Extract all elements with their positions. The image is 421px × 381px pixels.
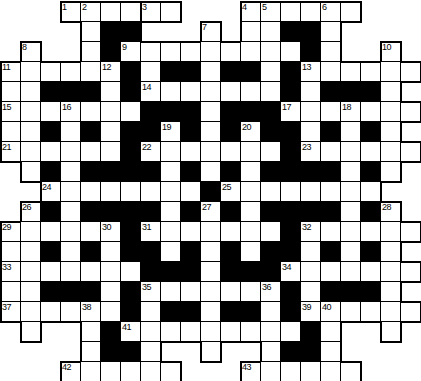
cell-r4c20[interactable] — [381, 62, 401, 82]
cell-r7c11[interactable] — [201, 122, 221, 142]
cell-r3c12[interactable] — [221, 42, 241, 62]
cell-r1c5[interactable]: 2 — [81, 2, 101, 22]
cell-r9c20[interactable] — [381, 162, 401, 182]
cell-r8c5[interactable] — [81, 142, 101, 162]
cell-r3c13[interactable] — [241, 42, 261, 62]
black-cell-r9c16 — [301, 162, 321, 182]
cell-r14c2[interactable] — [21, 262, 41, 282]
black-cell-r18c16 — [301, 342, 321, 362]
cell-r1c16[interactable] — [301, 2, 321, 22]
cell-r4c3[interactable] — [41, 62, 61, 82]
black-cell-r18c6 — [101, 342, 121, 362]
cell-r3c15[interactable] — [281, 42, 301, 62]
cell-r14c20[interactable] — [381, 262, 401, 282]
cell-r12c21[interactable] — [401, 222, 421, 242]
cell-r5c20[interactable] — [381, 82, 401, 102]
cell-r19c9[interactable] — [161, 362, 181, 381]
cell-r12c9[interactable] — [161, 222, 181, 242]
black-cell-r15c3 — [41, 282, 61, 302]
cell-r7c16[interactable] — [301, 122, 321, 142]
cell-r5c14[interactable] — [261, 82, 281, 102]
cell-r19c16[interactable] — [301, 362, 321, 381]
cell-r8c12[interactable] — [221, 142, 241, 162]
cell-r14c16[interactable] — [301, 262, 321, 282]
black-cell-r15c18 — [341, 282, 361, 302]
cell-r6c15[interactable]: 17 — [281, 102, 301, 122]
black-cell-r13c12 — [221, 242, 241, 262]
cell-r4c2[interactable] — [21, 62, 41, 82]
cell-r8c13[interactable] — [241, 142, 261, 162]
cell-r9c2[interactable] — [21, 162, 41, 182]
cell-r16c11[interactable] — [201, 302, 221, 322]
cell-r1c18[interactable] — [341, 2, 361, 22]
clue-number-35: 35 — [142, 282, 151, 292]
cell-r4c17[interactable] — [321, 62, 341, 82]
cell-r15c9[interactable] — [161, 282, 181, 302]
black-cell-r9c14 — [261, 162, 281, 182]
cell-r10c19[interactable] — [361, 182, 381, 202]
cell-r1c15[interactable] — [281, 2, 301, 22]
cell-r1c7[interactable] — [121, 2, 141, 22]
cell-r4c5[interactable] — [81, 62, 101, 82]
clue-number-3: 3 — [142, 2, 147, 12]
black-cell-r11c10 — [181, 202, 201, 222]
cell-r17c14[interactable] — [261, 322, 281, 342]
black-cell-r8c7 — [121, 142, 141, 162]
cell-r13c4[interactable] — [61, 242, 81, 262]
cell-r5c1[interactable] — [1, 82, 21, 102]
cell-r12c13[interactable] — [241, 222, 261, 242]
cell-r19c7[interactable] — [121, 362, 141, 381]
black-cell-r4c7 — [121, 62, 141, 82]
cell-r6c21[interactable] — [401, 102, 421, 122]
cell-r16c1[interactable]: 37 — [1, 302, 21, 322]
black-cell-r16c15 — [281, 302, 301, 322]
black-cell-r16c9 — [161, 302, 181, 322]
cell-r3c20[interactable]: 10 — [381, 42, 401, 62]
cell-r4c19[interactable] — [361, 62, 381, 82]
cell-r14c3[interactable] — [41, 262, 61, 282]
cell-r13c1[interactable] — [1, 242, 21, 262]
cell-r8c20[interactable] — [381, 142, 401, 162]
clue-number-33: 33 — [2, 262, 11, 272]
cell-r16c8[interactable] — [141, 302, 161, 322]
cell-r7c1[interactable] — [1, 122, 21, 142]
cell-r12c6[interactable]: 30 — [101, 222, 121, 242]
cell-r15c6[interactable] — [101, 282, 121, 302]
cell-r1c17[interactable]: 6 — [321, 2, 341, 22]
black-cell-r14c14 — [261, 262, 281, 282]
black-cell-r11c6 — [101, 202, 121, 222]
cell-r8c3[interactable] — [41, 142, 61, 162]
cell-r6c2[interactable] — [21, 102, 41, 122]
cell-r2c13[interactable] — [241, 22, 261, 42]
cell-r6c5[interactable] — [81, 102, 101, 122]
cell-r18c8[interactable] — [141, 342, 161, 362]
cell-r3c17[interactable] — [321, 42, 341, 62]
cell-r7c13[interactable]: 20 — [241, 122, 261, 142]
cell-r12c8[interactable]: 31 — [141, 222, 161, 242]
black-cell-r2c7 — [121, 22, 141, 42]
cell-r14c6[interactable] — [101, 262, 121, 282]
cell-r10c15[interactable] — [281, 182, 301, 202]
cell-r16c17[interactable]: 40 — [321, 302, 341, 322]
black-cell-r6c12 — [221, 102, 241, 122]
cell-r8c16[interactable]: 23 — [301, 142, 321, 162]
cell-r1c9[interactable] — [161, 2, 181, 22]
cell-r8c21[interactable] — [401, 142, 421, 162]
black-cell-r7c10 — [181, 122, 201, 142]
cell-r15c12[interactable] — [221, 282, 241, 302]
cell-r3c11[interactable] — [201, 42, 221, 62]
clue-number-38: 38 — [82, 302, 91, 312]
cell-r17c2[interactable] — [21, 322, 41, 342]
cell-r15c13[interactable] — [241, 282, 261, 302]
cell-r8c9[interactable] — [161, 142, 181, 162]
cell-r17c13[interactable] — [241, 322, 261, 342]
clue-number-26: 26 — [22, 202, 31, 212]
cell-r14c1[interactable]: 33 — [1, 262, 21, 282]
black-cell-r9c19 — [361, 162, 381, 182]
cell-r4c21[interactable] — [401, 62, 421, 82]
crossword-grid: 1234567891011121314151617181920212223242… — [1, 2, 421, 381]
cell-r7c2[interactable] — [21, 122, 41, 142]
cell-r9c11[interactable] — [201, 162, 221, 182]
black-cell-r11c15 — [281, 202, 301, 222]
cell-r12c3[interactable] — [41, 222, 61, 242]
clue-number-12: 12 — [102, 62, 111, 72]
black-cell-r4c10 — [181, 62, 201, 82]
cell-r12c14[interactable] — [261, 222, 281, 242]
cell-r5c11[interactable] — [201, 82, 221, 102]
cell-r1c13[interactable]: 4 — [241, 2, 261, 22]
cell-r17c5[interactable] — [81, 322, 101, 342]
cell-r6c7[interactable] — [121, 102, 141, 122]
cell-r14c17[interactable] — [321, 262, 341, 282]
cell-r13c18[interactable] — [341, 242, 361, 262]
cell-r10c9[interactable] — [161, 182, 181, 202]
cell-r15c20[interactable] — [381, 282, 401, 302]
cell-r6c18[interactable]: 18 — [341, 102, 361, 122]
cell-r10c7[interactable] — [121, 182, 141, 202]
cell-r10c4[interactable] — [61, 182, 81, 202]
black-cell-r5c4 — [61, 82, 81, 102]
cell-r6c11[interactable] — [201, 102, 221, 122]
cell-r14c21[interactable] — [401, 262, 421, 282]
cell-r16c2[interactable] — [21, 302, 41, 322]
cell-r6c17[interactable] — [321, 102, 341, 122]
clue-number-42: 42 — [62, 362, 71, 372]
black-cell-r4c9 — [161, 62, 181, 82]
clue-number-41: 41 — [122, 322, 131, 332]
cell-r15c2[interactable] — [21, 282, 41, 302]
cell-r15c11[interactable] — [201, 282, 221, 302]
cell-r9c9[interactable] — [161, 162, 181, 182]
cell-r3c5[interactable] — [81, 42, 101, 62]
cell-r19c4[interactable]: 42 — [61, 362, 81, 381]
cell-r12c5[interactable] — [81, 222, 101, 242]
cell-r10c12[interactable]: 25 — [221, 182, 241, 202]
cell-r6c4[interactable]: 16 — [61, 102, 81, 122]
black-cell-r9c6 — [101, 162, 121, 182]
cell-r8c14[interactable] — [261, 142, 281, 162]
black-cell-r11c7 — [121, 202, 141, 222]
cell-r4c16[interactable]: 13 — [301, 62, 321, 82]
cell-r15c10[interactable] — [181, 282, 201, 302]
cell-r18c14[interactable] — [261, 342, 281, 362]
cell-r10c10[interactable] — [181, 182, 201, 202]
black-cell-r11c19 — [361, 202, 381, 222]
clue-number-4: 4 — [242, 2, 247, 12]
cell-r8c6[interactable] — [101, 142, 121, 162]
cell-r10c3[interactable]: 24 — [41, 182, 61, 202]
cell-r10c6[interactable] — [101, 182, 121, 202]
cell-r2c5[interactable] — [81, 22, 101, 42]
cell-r5c8[interactable]: 14 — [141, 82, 161, 102]
cell-r10c8[interactable] — [141, 182, 161, 202]
cell-r13c20[interactable] — [381, 242, 401, 262]
cell-r19c5[interactable] — [81, 362, 101, 381]
black-cell-r9c7 — [121, 162, 141, 182]
cell-r17c11[interactable] — [201, 322, 221, 342]
cell-r15c8[interactable]: 35 — [141, 282, 161, 302]
cell-r14c15[interactable]: 34 — [281, 262, 301, 282]
cell-r14c19[interactable] — [361, 262, 381, 282]
cell-r13c6[interactable] — [101, 242, 121, 262]
clue-number-8: 8 — [22, 42, 27, 52]
cell-r16c18[interactable] — [341, 302, 361, 322]
cell-r2c17[interactable] — [321, 22, 341, 42]
cell-r12c2[interactable] — [21, 222, 41, 242]
cell-r18c5[interactable] — [81, 342, 101, 362]
clue-number-13: 13 — [302, 62, 311, 72]
cell-r13c9[interactable] — [161, 242, 181, 262]
black-cell-r6c8 — [141, 102, 161, 122]
black-cell-r14c10 — [181, 262, 201, 282]
cell-r16c19[interactable] — [361, 302, 381, 322]
cell-r9c4[interactable] — [61, 162, 81, 182]
clue-number-28: 28 — [382, 202, 391, 212]
cell-r13c16[interactable] — [301, 242, 321, 262]
black-cell-r5c3 — [41, 82, 61, 102]
cell-r4c18[interactable] — [341, 62, 361, 82]
black-cell-r14c12 — [221, 262, 241, 282]
cell-r19c15[interactable] — [281, 362, 301, 381]
cell-r10c17[interactable] — [321, 182, 341, 202]
black-cell-r9c15 — [281, 162, 301, 182]
cell-r14c7[interactable] — [121, 262, 141, 282]
cell-r10c14[interactable] — [261, 182, 281, 202]
cell-r1c6[interactable] — [101, 2, 121, 22]
black-cell-r16c10 — [181, 302, 201, 322]
cell-r8c2[interactable] — [21, 142, 41, 162]
black-cell-r6c9 — [161, 102, 181, 122]
black-cell-r11c14 — [261, 202, 281, 222]
cell-r16c16[interactable]: 39 — [301, 302, 321, 322]
cell-r10c13[interactable] — [241, 182, 261, 202]
cell-r19c6[interactable] — [101, 362, 121, 381]
black-cell-r15c4 — [61, 282, 81, 302]
cell-r19c17[interactable] — [321, 362, 341, 381]
cell-r14c11[interactable] — [201, 262, 221, 282]
black-cell-r9c17 — [321, 162, 341, 182]
cell-r18c11[interactable] — [201, 342, 221, 362]
black-cell-r5c17 — [321, 82, 341, 102]
cell-r16c3[interactable] — [41, 302, 61, 322]
cell-r19c8[interactable] — [141, 362, 161, 381]
black-cell-r9c5 — [81, 162, 101, 182]
cell-r19c13[interactable]: 43 — [241, 362, 261, 381]
cell-r1c8[interactable]: 3 — [141, 2, 161, 22]
cell-r13c11[interactable] — [201, 242, 221, 262]
cell-r6c16[interactable] — [301, 102, 321, 122]
cell-r6c20[interactable] — [381, 102, 401, 122]
clue-number-5: 5 — [262, 2, 267, 12]
cell-r4c1[interactable]: 11 — [1, 62, 21, 82]
clue-number-17: 17 — [282, 102, 291, 112]
cell-r16c21[interactable] — [401, 302, 421, 322]
cell-r12c20[interactable] — [381, 222, 401, 242]
cell-r11c18[interactable] — [341, 202, 361, 222]
cell-r5c13[interactable] — [241, 82, 261, 102]
black-cell-r3c16 — [301, 42, 321, 62]
cell-r8c11[interactable] — [201, 142, 221, 162]
cell-r12c10[interactable] — [181, 222, 201, 242]
cell-r15c16[interactable] — [301, 282, 321, 302]
cell-r12c4[interactable] — [61, 222, 81, 242]
cell-r12c19[interactable] — [361, 222, 381, 242]
cell-r12c17[interactable] — [321, 222, 341, 242]
cell-r1c14[interactable]: 5 — [261, 2, 281, 22]
cell-r19c18[interactable] — [341, 362, 361, 381]
clue-number-25: 25 — [222, 182, 231, 192]
cell-r9c13[interactable] — [241, 162, 261, 182]
black-cell-r9c8 — [141, 162, 161, 182]
cell-r11c13[interactable] — [241, 202, 261, 222]
cell-r3c7[interactable]: 9 — [121, 42, 141, 62]
cell-r9c18[interactable] — [341, 162, 361, 182]
cell-r17c20[interactable] — [381, 322, 401, 342]
cell-r16c5[interactable]: 38 — [81, 302, 101, 322]
cell-r6c19[interactable] — [361, 102, 381, 122]
cell-r5c12[interactable] — [221, 82, 241, 102]
cell-r5c10[interactable] — [181, 82, 201, 102]
cell-r12c1[interactable]: 29 — [1, 222, 21, 242]
cell-r17c9[interactable] — [161, 322, 181, 342]
cell-r16c20[interactable] — [381, 302, 401, 322]
cell-r5c16[interactable] — [301, 82, 321, 102]
cell-r7c9[interactable]: 19 — [161, 122, 181, 142]
cell-r10c16[interactable] — [301, 182, 321, 202]
cell-r8c18[interactable] — [341, 142, 361, 162]
cell-r17c7[interactable]: 41 — [121, 322, 141, 342]
black-cell-r15c17 — [321, 282, 341, 302]
black-cell-r5c15 — [281, 82, 301, 102]
cell-r2c14[interactable] — [261, 22, 281, 42]
cell-r15c1[interactable] — [1, 282, 21, 302]
cell-r17c10[interactable] — [181, 322, 201, 342]
cell-r7c4[interactable] — [61, 122, 81, 142]
black-cell-r5c5 — [81, 82, 101, 102]
cell-r15c14[interactable]: 36 — [261, 282, 281, 302]
cell-r7c20[interactable] — [381, 122, 401, 142]
cell-r17c15[interactable] — [281, 322, 301, 342]
cell-r13c2[interactable] — [21, 242, 41, 262]
cell-r14c4[interactable] — [61, 262, 81, 282]
cell-r3c9[interactable] — [161, 42, 181, 62]
cell-r5c6[interactable] — [101, 82, 121, 102]
cell-r16c14[interactable] — [261, 302, 281, 322]
cell-r13c13[interactable] — [241, 242, 261, 262]
cell-r7c18[interactable] — [341, 122, 361, 142]
cell-r8c19[interactable] — [361, 142, 381, 162]
black-cell-r5c19 — [361, 82, 381, 102]
black-cell-r2c16 — [301, 22, 321, 42]
cell-r14c18[interactable] — [341, 262, 361, 282]
cell-r4c11[interactable] — [201, 62, 221, 82]
black-cell-r15c15 — [281, 282, 301, 302]
cell-r8c17[interactable] — [321, 142, 341, 162]
cell-r8c10[interactable] — [181, 142, 201, 162]
cell-r3c10[interactable] — [181, 42, 201, 62]
black-cell-r18c15 — [281, 342, 301, 362]
cell-r7c6[interactable] — [101, 122, 121, 142]
cell-r11c4[interactable] — [61, 202, 81, 222]
cell-r8c8[interactable]: 22 — [141, 142, 161, 162]
cell-r17c8[interactable] — [141, 322, 161, 342]
cell-r4c6[interactable]: 12 — [101, 62, 121, 82]
cell-r10c18[interactable] — [341, 182, 361, 202]
cell-r12c12[interactable] — [221, 222, 241, 242]
black-cell-r11c17 — [321, 202, 341, 222]
cell-r5c2[interactable] — [21, 82, 41, 102]
cell-r5c9[interactable] — [161, 82, 181, 102]
cell-r11c20[interactable]: 28 — [381, 202, 401, 222]
cell-r4c8[interactable] — [141, 62, 161, 82]
cell-r11c9[interactable] — [161, 202, 181, 222]
cell-r19c14[interactable] — [261, 362, 281, 381]
cell-r12c11[interactable] — [201, 222, 221, 242]
cell-r3c8[interactable] — [141, 42, 161, 62]
cell-r8c4[interactable] — [61, 142, 81, 162]
black-cell-r13c17 — [321, 242, 341, 262]
cell-r6c6[interactable] — [101, 102, 121, 122]
cell-r11c11[interactable]: 27 — [201, 202, 221, 222]
cell-r3c2[interactable]: 8 — [21, 42, 41, 62]
cell-r11c2[interactable]: 26 — [21, 202, 41, 222]
cell-r18c17[interactable] — [321, 342, 341, 362]
cell-r6c3[interactable] — [41, 102, 61, 122]
cell-r1c4[interactable]: 1 — [61, 2, 81, 22]
cell-r17c12[interactable] — [221, 322, 241, 342]
cell-r12c16[interactable]: 32 — [301, 222, 321, 242]
cell-r6c1[interactable]: 15 — [1, 102, 21, 122]
cell-r4c14[interactable] — [261, 62, 281, 82]
cell-r12c18[interactable] — [341, 222, 361, 242]
cell-r14c5[interactable] — [81, 262, 101, 282]
cell-r2c11[interactable]: 7 — [201, 22, 221, 42]
cell-r8c1[interactable]: 21 — [1, 142, 21, 162]
cell-r4c4[interactable] — [61, 62, 81, 82]
clue-number-20: 20 — [242, 122, 251, 132]
cell-r16c6[interactable] — [101, 302, 121, 322]
cell-r10c5[interactable] — [81, 182, 101, 202]
cell-r17c17[interactable] — [321, 322, 341, 342]
black-cell-r9c12 — [221, 162, 241, 182]
black-cell-r13c10 — [181, 242, 201, 262]
cell-r16c4[interactable] — [61, 302, 81, 322]
cell-r3c14[interactable] — [261, 42, 281, 62]
